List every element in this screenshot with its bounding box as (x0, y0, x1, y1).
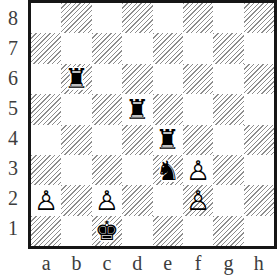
piece-white-pawn[interactable]: ♙ (186, 157, 210, 184)
square-b2[interactable] (61, 185, 91, 215)
rank-labels: 87654321 (2, 3, 24, 243)
square-f3[interactable]: ♙ (183, 155, 213, 185)
square-h2[interactable] (244, 185, 274, 215)
square-e3[interactable]: ♞ (153, 155, 183, 185)
square-c5[interactable] (92, 94, 122, 124)
piece-white-pawn[interactable]: ♙ (186, 187, 210, 214)
square-f7[interactable] (183, 33, 213, 63)
square-g5[interactable] (213, 94, 243, 124)
square-c2[interactable]: ♙ (92, 185, 122, 215)
square-g6[interactable] (213, 64, 243, 94)
piece-white-pawn[interactable]: ♙ (34, 187, 58, 214)
piece-black-rook[interactable]: ♜ (156, 126, 180, 153)
square-h6[interactable] (244, 64, 274, 94)
rank-label-3: 3 (2, 153, 24, 183)
square-a4[interactable] (31, 125, 61, 155)
square-d7[interactable] (122, 33, 152, 63)
square-h4[interactable] (244, 125, 274, 155)
square-h7[interactable] (244, 33, 274, 63)
square-c4[interactable] (92, 125, 122, 155)
square-a8[interactable] (31, 3, 61, 33)
square-c1[interactable]: ♚ (92, 216, 122, 246)
square-d5[interactable]: ♜ (122, 94, 152, 124)
file-label-h: h (244, 250, 274, 276)
square-c3[interactable] (92, 155, 122, 185)
square-b8[interactable] (61, 3, 91, 33)
square-c6[interactable] (92, 64, 122, 94)
square-e5[interactable] (153, 94, 183, 124)
file-label-g: g (213, 250, 243, 276)
rank-label-7: 7 (2, 33, 24, 63)
square-h1[interactable] (244, 216, 274, 246)
square-e2[interactable] (153, 185, 183, 215)
square-g7[interactable] (213, 33, 243, 63)
square-b5[interactable] (61, 94, 91, 124)
square-f5[interactable] (183, 94, 213, 124)
rank-label-8: 8 (2, 3, 24, 33)
square-g8[interactable] (213, 3, 243, 33)
piece-white-pawn[interactable]: ♙ (95, 187, 119, 214)
square-c8[interactable] (92, 3, 122, 33)
square-a3[interactable] (31, 155, 61, 185)
file-label-d: d (122, 250, 152, 276)
square-a7[interactable] (31, 33, 61, 63)
square-g3[interactable] (213, 155, 243, 185)
rank-label-6: 6 (2, 63, 24, 93)
square-g1[interactable] (213, 216, 243, 246)
square-f2[interactable]: ♙ (183, 185, 213, 215)
square-g2[interactable] (213, 185, 243, 215)
square-f8[interactable] (183, 3, 213, 33)
square-a1[interactable] (31, 216, 61, 246)
square-d2[interactable] (122, 185, 152, 215)
square-b3[interactable] (61, 155, 91, 185)
rank-label-5: 5 (2, 93, 24, 123)
square-h5[interactable] (244, 94, 274, 124)
piece-black-knight[interactable]: ♞ (156, 157, 180, 184)
rank-label-1: 1 (2, 213, 24, 243)
square-d1[interactable] (122, 216, 152, 246)
file-label-c: c (92, 250, 122, 276)
rank-label-4: 4 (2, 123, 24, 153)
square-h8[interactable] (244, 3, 274, 33)
square-g4[interactable] (213, 125, 243, 155)
square-f6[interactable] (183, 64, 213, 94)
square-e4[interactable]: ♜ (153, 125, 183, 155)
piece-black-rook[interactable]: ♜ (64, 65, 88, 92)
square-f4[interactable] (183, 125, 213, 155)
square-d4[interactable] (122, 125, 152, 155)
square-a6[interactable] (31, 64, 61, 94)
square-d6[interactable] (122, 64, 152, 94)
square-f1[interactable] (183, 216, 213, 246)
square-c7[interactable] (92, 33, 122, 63)
square-e1[interactable] (153, 216, 183, 246)
rank-label-2: 2 (2, 183, 24, 213)
file-label-a: a (31, 250, 61, 276)
square-b7[interactable] (61, 33, 91, 63)
square-e8[interactable] (153, 3, 183, 33)
piece-black-rook[interactable]: ♜ (125, 96, 149, 123)
square-b6[interactable]: ♜ (61, 64, 91, 94)
file-label-e: e (153, 250, 183, 276)
file-label-f: f (183, 250, 213, 276)
square-d8[interactable] (122, 3, 152, 33)
piece-black-king[interactable]: ♚ (95, 217, 119, 244)
square-e6[interactable] (153, 64, 183, 94)
square-h3[interactable] (244, 155, 274, 185)
square-b4[interactable] (61, 125, 91, 155)
file-label-b: b (61, 250, 91, 276)
square-a5[interactable] (31, 94, 61, 124)
square-b1[interactable] (61, 216, 91, 246)
square-d3[interactable] (122, 155, 152, 185)
board: ♜♜♜♞♙♙♙♙♚ (28, 0, 277, 249)
file-labels: abcdefgh (31, 250, 274, 276)
square-e7[interactable] (153, 33, 183, 63)
square-a2[interactable]: ♙ (31, 185, 61, 215)
chess-diagram: 87654321 ♜♜♜♞♙♙♙♙♚ abcdefgh (0, 0, 279, 279)
